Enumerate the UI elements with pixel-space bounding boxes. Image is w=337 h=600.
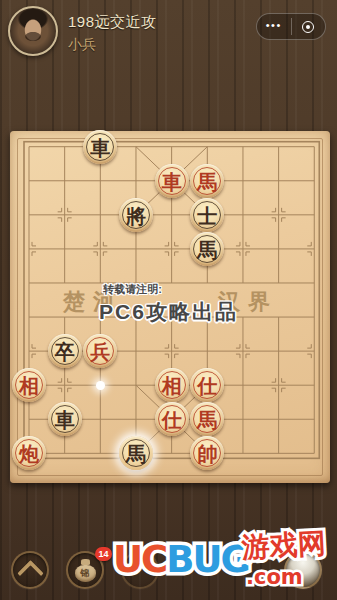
miniprogram-capsule: ••• [256,13,326,40]
xiangqi-board[interactable]: 楚河 汉界 車車馬將士馬卒兵相相仕車仕馬炮馬帥 [10,131,330,483]
tip-count-badge: 14 [95,547,112,561]
avatar [8,6,58,56]
miniprogram-exit-button[interactable] [292,14,326,39]
bottom-toolbar: 锦 14 [0,548,337,594]
piece-glyph: 馬 [197,410,217,430]
piece-glyph: 仕 [162,410,182,430]
level-title: 198远交近攻 [68,13,157,32]
obscured-button[interactable] [121,551,159,589]
piece-red-相[interactable]: 相 [155,368,189,402]
piece-black-車[interactable]: 車 [48,402,82,436]
exit-target-icon [302,21,314,33]
piece-glyph: 相 [162,376,182,396]
piece-glyph: 相 [19,376,39,396]
piece-glyph: 馬 [197,240,217,260]
river-text-right: 汉界 [218,287,278,317]
money-bag-icon: 锦 [75,565,96,582]
piece-glyph: 將 [126,206,146,226]
piece-glyph: 馬 [126,444,146,464]
expand-menu-button[interactable] [11,551,49,589]
header: 198远交近攻 小兵 ••• [0,0,337,64]
piece-glyph: 車 [162,172,182,192]
piece-red-馬[interactable]: 馬 [190,164,224,198]
sphere-button[interactable] [284,551,322,589]
piece-glyph: 炮 [19,444,39,464]
last-move-origin-dot [96,381,105,390]
piece-black-車[interactable]: 車 [83,130,117,164]
piece-glyph: 帥 [197,444,217,464]
piece-black-卒[interactable]: 卒 [48,334,82,368]
miniprogram-more-button[interactable]: ••• [257,14,291,39]
piece-glyph: 仕 [197,376,217,396]
piece-red-車[interactable]: 車 [155,164,189,198]
piece-red-仕[interactable]: 仕 [155,402,189,436]
piece-red-相[interactable]: 相 [12,368,46,402]
piece-black-馬[interactable]: 馬 [190,232,224,266]
level-rank: 小兵 [68,36,96,54]
river-text-left: 楚河 [63,287,123,317]
piece-black-將[interactable]: 將 [119,198,153,232]
piece-glyph: 車 [90,138,110,158]
piece-glyph: 兵 [90,342,110,362]
more-dots-icon: ••• [266,20,282,31]
piece-glyph: 士 [197,206,217,226]
piece-glyph: 馬 [197,172,217,192]
piece-glyph: 卒 [55,342,75,362]
piece-black-士[interactable]: 士 [190,198,224,232]
tip-bag-button[interactable]: 锦 14 [66,551,104,589]
chevron-up-icon [17,559,44,586]
piece-glyph: 車 [55,410,75,430]
